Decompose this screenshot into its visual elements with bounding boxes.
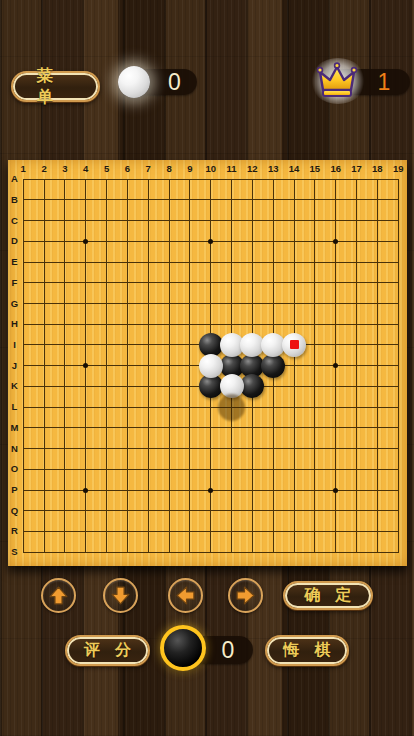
row-label: C — [8, 214, 21, 227]
row-label: N — [8, 442, 21, 455]
col-label: 2 — [37, 162, 52, 175]
board[interactable]: 12345678910111213141516171819ABCDEFGHIJK… — [8, 160, 407, 566]
col-label: 9 — [182, 162, 197, 175]
row-label: D — [8, 234, 21, 247]
undo-button[interactable]: 悔棋 — [265, 635, 349, 666]
row-label: J — [8, 359, 21, 372]
col-label: 6 — [120, 162, 135, 175]
col-label: 16 — [328, 162, 343, 175]
grid-line-v — [314, 179, 315, 553]
grid-line-v — [377, 179, 378, 553]
grid-line-h — [23, 448, 399, 449]
star-point — [83, 363, 88, 368]
row-label: M — [8, 421, 21, 434]
row-label: P — [8, 483, 21, 496]
col-label: 15 — [307, 162, 322, 175]
black-counter-value: 0 — [205, 636, 251, 664]
row-label: E — [8, 255, 21, 268]
row-label: R — [8, 524, 21, 537]
col-label: 3 — [57, 162, 72, 175]
grid-line-h — [23, 469, 399, 470]
col-label: 10 — [203, 162, 218, 175]
last-move-marker — [290, 340, 299, 349]
stone-white-I14 — [282, 333, 306, 357]
up-arrow-icon — [48, 585, 69, 606]
col-label: 17 — [349, 162, 364, 175]
crown-icon — [315, 61, 359, 101]
left-arrow-icon — [175, 585, 196, 606]
right-arrow-button[interactable] — [228, 578, 263, 613]
star-point — [333, 239, 338, 244]
grid-line-h — [23, 531, 399, 532]
row-label: S — [8, 545, 21, 558]
row-label: L — [8, 400, 21, 413]
row-label: F — [8, 276, 21, 289]
stone-black-J13 — [261, 354, 285, 378]
col-label: 13 — [266, 162, 281, 175]
row-label: G — [8, 297, 21, 310]
black-stone-icon — [160, 625, 206, 671]
col-label: 8 — [162, 162, 177, 175]
score-button[interactable]: 评分 — [65, 635, 150, 666]
star-point — [333, 363, 338, 368]
down-arrow-icon — [110, 585, 131, 606]
row-label: B — [8, 193, 21, 206]
star-point — [208, 488, 213, 493]
grid-line-h — [23, 552, 399, 553]
col-label: 19 — [391, 162, 406, 175]
star-point — [83, 239, 88, 244]
down-arrow-button[interactable] — [103, 578, 138, 613]
row-label: Q — [8, 504, 21, 517]
up-arrow-button[interactable] — [41, 578, 76, 613]
menu-button[interactable]: 菜单 — [11, 71, 100, 102]
col-label: 18 — [370, 162, 385, 175]
col-label: 5 — [99, 162, 114, 175]
star-point — [83, 488, 88, 493]
white-counter-value: 0 — [152, 69, 197, 95]
left-arrow-button[interactable] — [168, 578, 203, 613]
row-label: I — [8, 338, 21, 351]
confirm-button[interactable]: 确定 — [283, 581, 373, 610]
win-counter-value: 1 — [362, 69, 406, 95]
col-label: 12 — [245, 162, 260, 175]
grid-line-v — [398, 179, 399, 553]
grid-line-h — [23, 407, 399, 408]
col-label: 14 — [287, 162, 302, 175]
star-point — [208, 239, 213, 244]
right-arrow-icon — [235, 585, 256, 606]
grid-line-v — [294, 179, 295, 553]
grid-line-v — [356, 179, 357, 553]
col-label: 7 — [141, 162, 156, 175]
col-label: 4 — [78, 162, 93, 175]
row-label: H — [8, 317, 21, 330]
grid-line-h — [23, 427, 399, 428]
row-label: O — [8, 462, 21, 475]
cursor-preview-stone — [218, 394, 245, 421]
white-stone-icon — [118, 66, 150, 98]
star-point — [333, 488, 338, 493]
row-label: A — [8, 172, 21, 185]
stone-black-K12 — [240, 374, 264, 398]
col-label: 11 — [224, 162, 239, 175]
stone-white-J10 — [199, 354, 223, 378]
grid-line-h — [23, 510, 399, 511]
row-label: K — [8, 379, 21, 392]
